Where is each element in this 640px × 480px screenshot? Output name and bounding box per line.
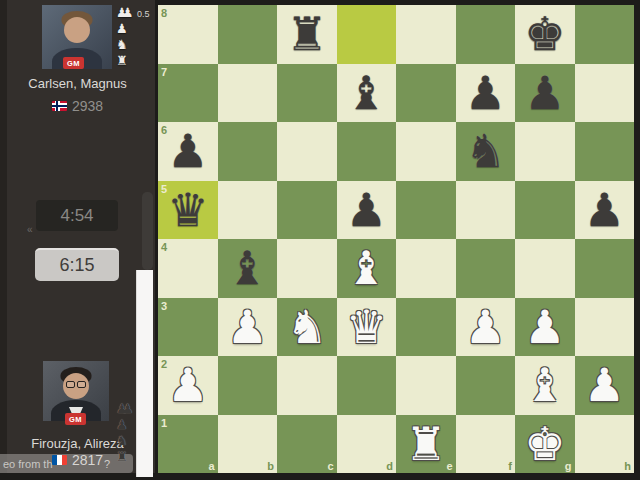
square-b1[interactable]: b [218, 415, 278, 474]
square-e3[interactable] [396, 298, 456, 357]
square-c1[interactable]: c [277, 415, 337, 474]
square-g2[interactable]: ♝ [515, 356, 575, 415]
collapse-chevron-icon[interactable]: « [27, 224, 33, 235]
rating-bottom: 2817 [72, 452, 103, 468]
square-f4[interactable] [456, 239, 516, 298]
piece-black-king[interactable]: ♚ [524, 11, 565, 57]
scrollbar-thumb[interactable] [142, 192, 153, 270]
chess-board: 8♜♚7♝♟♟6♟♞5♛♟♟4♝♝3♟♞♛♟♟2♟♝♟1abcde♜fg♚h [158, 5, 634, 473]
square-a5[interactable]: 5♛ [158, 181, 218, 240]
france-flag-icon [52, 455, 67, 465]
captured-pawn-pair-icon: ♟♟ [116, 402, 150, 416]
file-label-d: d [386, 460, 393, 472]
square-d3[interactable]: ♛ [337, 298, 397, 357]
rank-label-2: 2 [161, 358, 167, 370]
square-h7[interactable] [575, 64, 635, 123]
square-c2[interactable] [277, 356, 337, 415]
captured-pawn-icon: ♟ [116, 22, 150, 36]
square-g6[interactable] [515, 122, 575, 181]
clock-top: 4:54 [36, 200, 118, 231]
square-a7[interactable]: 7 [158, 64, 218, 123]
square-c6[interactable] [277, 122, 337, 181]
rank-label-5: 5 [161, 183, 167, 195]
piece-white-pawn[interactable]: ♟ [227, 304, 268, 350]
rank-label-6: 6 [161, 124, 167, 136]
piece-white-pawn[interactable]: ♟ [167, 362, 208, 408]
avatar-firouzja[interactable] [43, 361, 109, 421]
square-d8[interactable] [337, 5, 397, 64]
square-d7[interactable]: ♝ [337, 64, 397, 123]
square-g3[interactable]: ♟ [515, 298, 575, 357]
piece-black-bishop[interactable]: ♝ [227, 245, 268, 291]
square-h1[interactable]: h [575, 415, 635, 474]
file-label-f: f [508, 460, 512, 472]
square-g1[interactable]: g♚ [515, 415, 575, 474]
gm-badge-top: GM [63, 57, 84, 69]
captured-rook-icon: ♜ [116, 54, 150, 68]
captured-knight-icon: ♞ [116, 434, 150, 448]
piece-black-pawn[interactable]: ♟ [465, 70, 506, 116]
gm-badge-bottom: GM [65, 413, 86, 425]
piece-black-rook[interactable]: ♜ [286, 11, 327, 57]
square-d4[interactable]: ♝ [337, 239, 397, 298]
square-h5[interactable]: ♟ [575, 181, 635, 240]
square-e5[interactable] [396, 181, 456, 240]
piece-black-pawn[interactable]: ♟ [584, 187, 625, 233]
file-label-g: g [565, 460, 572, 472]
square-a8[interactable]: 8 [158, 5, 218, 64]
captured-knight-icon: ♞ [116, 38, 150, 52]
square-h4[interactable] [575, 239, 635, 298]
square-a4[interactable]: 4 [158, 239, 218, 298]
avatar-head [64, 17, 90, 43]
piece-white-pawn[interactable]: ♟ [524, 304, 565, 350]
rank-label-3: 3 [161, 300, 167, 312]
piece-white-queen[interactable]: ♛ [346, 304, 387, 350]
piece-black-pawn[interactable]: ♟ [524, 70, 565, 116]
square-c4[interactable] [277, 239, 337, 298]
square-d5[interactable]: ♟ [337, 181, 397, 240]
glasses-icon [64, 381, 88, 388]
square-e8[interactable] [396, 5, 456, 64]
square-h8[interactable] [575, 5, 635, 64]
file-label-b: b [267, 460, 274, 472]
square-c8[interactable]: ♜ [277, 5, 337, 64]
piece-white-king[interactable]: ♚ [524, 421, 565, 467]
rank-label-4: 4 [161, 241, 167, 253]
norway-flag-icon [52, 101, 67, 111]
file-label-e: e [446, 460, 452, 472]
clock-bottom: 6:15 [35, 248, 119, 281]
rating-row-top: 2938 [0, 98, 155, 114]
square-g4[interactable] [515, 239, 575, 298]
player-name-top[interactable]: Carlsen, Magnus [0, 76, 155, 91]
square-e6[interactable] [396, 122, 456, 181]
piece-white-pawn[interactable]: ♟ [584, 362, 625, 408]
piece-black-queen[interactable]: ♛ [167, 187, 208, 233]
captured-pawn-icon: ♟ [116, 418, 150, 432]
square-d6[interactable] [337, 122, 397, 181]
square-g8[interactable]: ♚ [515, 5, 575, 64]
rank-label-7: 7 [161, 66, 167, 78]
captured-tray-bottom: ♟♟♟♞♜ [116, 402, 150, 464]
square-c7[interactable] [277, 64, 337, 123]
score-label: 0.5 [137, 9, 150, 19]
square-c3[interactable]: ♞ [277, 298, 337, 357]
square-c5[interactable] [277, 181, 337, 240]
square-e2[interactable] [396, 356, 456, 415]
piece-black-pawn[interactable]: ♟ [167, 128, 208, 174]
piece-white-rook[interactable]: ♜ [405, 421, 446, 467]
square-a3[interactable]: 3 [158, 298, 218, 357]
square-e7[interactable] [396, 64, 456, 123]
piece-black-knight[interactable]: ♞ [465, 128, 506, 174]
square-b2[interactable] [218, 356, 278, 415]
square-d2[interactable] [337, 356, 397, 415]
square-f8[interactable] [456, 5, 516, 64]
square-a6[interactable]: 6♟ [158, 122, 218, 181]
file-label-a: a [208, 460, 214, 472]
square-f1[interactable]: f [456, 415, 516, 474]
piece-white-knight[interactable]: ♞ [286, 304, 327, 350]
square-h3[interactable] [575, 298, 635, 357]
piece-white-bishop[interactable]: ♝ [524, 362, 565, 408]
rank-label-8: 8 [161, 7, 167, 19]
square-g5[interactable] [515, 181, 575, 240]
sidebar: GM ♟♟♟♞♜ 0.5 Carlsen, Magnus 2938 4:54 «… [0, 0, 155, 473]
file-label-c: c [327, 460, 333, 472]
square-f5[interactable] [456, 181, 516, 240]
square-f7[interactable]: ♟ [456, 64, 516, 123]
square-b7[interactable] [218, 64, 278, 123]
square-b8[interactable] [218, 5, 278, 64]
rank-label-1: 1 [161, 417, 167, 429]
square-b4[interactable]: ♝ [218, 239, 278, 298]
file-label-h: h [624, 460, 631, 472]
square-h2[interactable]: ♟ [575, 356, 635, 415]
square-f2[interactable] [456, 356, 516, 415]
captured-rook-icon: ♜ [116, 450, 150, 464]
piece-black-pawn[interactable]: ♟ [346, 187, 387, 233]
square-e4[interactable] [396, 239, 456, 298]
square-f3[interactable]: ♟ [456, 298, 516, 357]
square-a2[interactable]: 2♟ [158, 356, 218, 415]
square-d1[interactable]: d [337, 415, 397, 474]
square-f6[interactable]: ♞ [456, 122, 516, 181]
rating-top: 2938 [72, 98, 103, 114]
square-b5[interactable] [218, 181, 278, 240]
piece-white-pawn[interactable]: ♟ [465, 304, 506, 350]
piece-white-bishop[interactable]: ♝ [346, 245, 387, 291]
square-b6[interactable] [218, 122, 278, 181]
square-e1[interactable]: e♜ [396, 415, 456, 474]
square-g7[interactable]: ♟ [515, 64, 575, 123]
piece-black-bishop[interactable]: ♝ [346, 70, 387, 116]
square-a1[interactable]: 1a [158, 415, 218, 474]
sidebar-left-edge [0, 0, 7, 473]
square-h6[interactable] [575, 122, 635, 181]
square-b3[interactable]: ♟ [218, 298, 278, 357]
